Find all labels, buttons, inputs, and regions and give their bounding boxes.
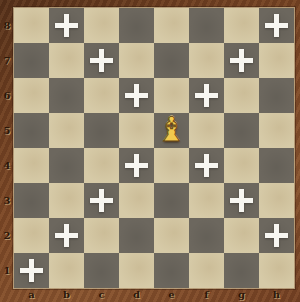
move-marker-cross-h2	[259, 218, 294, 253]
file-labels: abcdefgh	[14, 288, 294, 302]
square-b6[interactable]	[49, 78, 84, 113]
move-marker-cross-h8	[259, 8, 294, 43]
square-h4[interactable]	[259, 148, 294, 183]
square-d3[interactable]	[119, 183, 154, 218]
move-marker-cross-b8	[49, 8, 84, 43]
square-b3[interactable]	[49, 183, 84, 218]
square-b8[interactable]	[49, 8, 84, 43]
square-e7[interactable]	[154, 43, 189, 78]
rank-label-4: 4	[0, 148, 14, 183]
square-c1[interactable]	[84, 253, 119, 288]
rank-label-7: 7	[0, 43, 14, 78]
square-b2[interactable]	[49, 218, 84, 253]
square-c7[interactable]	[84, 43, 119, 78]
square-g7[interactable]	[224, 43, 259, 78]
file-label-b: b	[49, 288, 84, 302]
square-a5[interactable]	[14, 113, 49, 148]
file-label-h: h	[259, 288, 294, 302]
move-marker-cross-g3	[224, 183, 259, 218]
square-e5[interactable]: ♝	[154, 113, 189, 148]
square-c3[interactable]	[84, 183, 119, 218]
rank-label-5: 5	[0, 113, 14, 148]
square-g1[interactable]	[224, 253, 259, 288]
move-marker-cross-c3	[84, 183, 119, 218]
square-d1[interactable]	[119, 253, 154, 288]
file-label-d: d	[119, 288, 154, 302]
move-marker-cross-b2	[49, 218, 84, 253]
square-c2[interactable]	[84, 218, 119, 253]
square-f2[interactable]	[189, 218, 224, 253]
move-marker-cross-d4	[119, 148, 154, 183]
square-d6[interactable]	[119, 78, 154, 113]
move-marker-cross-f4	[189, 148, 224, 183]
square-d7[interactable]	[119, 43, 154, 78]
square-h1[interactable]	[259, 253, 294, 288]
rank-labels: 87654321	[0, 8, 14, 288]
square-c5[interactable]	[84, 113, 119, 148]
square-a6[interactable]	[14, 78, 49, 113]
square-g5[interactable]	[224, 113, 259, 148]
file-label-f: f	[189, 288, 224, 302]
square-a8[interactable]	[14, 8, 49, 43]
square-g3[interactable]	[224, 183, 259, 218]
square-a3[interactable]	[14, 183, 49, 218]
square-g6[interactable]	[224, 78, 259, 113]
file-label-c: c	[84, 288, 119, 302]
square-g2[interactable]	[224, 218, 259, 253]
chess-board-widget: 87654321 abcdefgh ♝	[0, 0, 300, 302]
move-marker-cross-g7	[224, 43, 259, 78]
square-b7[interactable]	[49, 43, 84, 78]
square-e3[interactable]	[154, 183, 189, 218]
square-c6[interactable]	[84, 78, 119, 113]
square-f8[interactable]	[189, 8, 224, 43]
rank-label-3: 3	[0, 183, 14, 218]
square-f1[interactable]	[189, 253, 224, 288]
square-e8[interactable]	[154, 8, 189, 43]
square-h6[interactable]	[259, 78, 294, 113]
square-h7[interactable]	[259, 43, 294, 78]
square-a1[interactable]	[14, 253, 49, 288]
square-f3[interactable]	[189, 183, 224, 218]
move-marker-cross-c7	[84, 43, 119, 78]
rank-label-2: 2	[0, 218, 14, 253]
file-label-g: g	[224, 288, 259, 302]
square-g4[interactable]	[224, 148, 259, 183]
white-bishop-e5[interactable]: ♝	[154, 112, 189, 147]
square-c4[interactable]	[84, 148, 119, 183]
square-f7[interactable]	[189, 43, 224, 78]
square-f6[interactable]	[189, 78, 224, 113]
square-b4[interactable]	[49, 148, 84, 183]
square-e1[interactable]	[154, 253, 189, 288]
square-f5[interactable]	[189, 113, 224, 148]
square-a7[interactable]	[14, 43, 49, 78]
move-marker-cross-a1	[14, 253, 49, 288]
square-a2[interactable]	[14, 218, 49, 253]
square-c8[interactable]	[84, 8, 119, 43]
square-d4[interactable]	[119, 148, 154, 183]
square-h3[interactable]	[259, 183, 294, 218]
rank-label-8: 8	[0, 8, 14, 43]
square-e6[interactable]	[154, 78, 189, 113]
move-marker-cross-f6	[189, 78, 224, 113]
file-label-a: a	[14, 288, 49, 302]
square-b5[interactable]	[49, 113, 84, 148]
square-e4[interactable]	[154, 148, 189, 183]
square-d8[interactable]	[119, 8, 154, 43]
square-g8[interactable]	[224, 8, 259, 43]
square-a4[interactable]	[14, 148, 49, 183]
square-f4[interactable]	[189, 148, 224, 183]
rank-label-1: 1	[0, 253, 14, 288]
square-e2[interactable]	[154, 218, 189, 253]
square-h5[interactable]	[259, 113, 294, 148]
move-marker-cross-d6	[119, 78, 154, 113]
square-h8[interactable]	[259, 8, 294, 43]
chess-board: ♝	[14, 8, 294, 288]
square-h2[interactable]	[259, 218, 294, 253]
file-label-e: e	[154, 288, 189, 302]
square-b1[interactable]	[49, 253, 84, 288]
square-d5[interactable]	[119, 113, 154, 148]
square-d2[interactable]	[119, 218, 154, 253]
rank-label-6: 6	[0, 78, 14, 113]
